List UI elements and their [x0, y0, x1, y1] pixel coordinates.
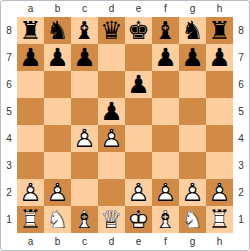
rank-label-5-right: 5 [233, 98, 249, 125]
piece-black-queen[interactable]: ♛ [98, 17, 125, 44]
piece-black-pawn[interactable]: ♟ [71, 44, 98, 71]
square-a7[interactable]: ♟ [17, 44, 44, 71]
piece-white-pawn[interactable]: ♙ [71, 125, 98, 152]
square-h3[interactable] [206, 152, 233, 179]
piece-white-pawn[interactable]: ♙ [17, 179, 44, 206]
square-h8[interactable]: ♜ [206, 17, 233, 44]
square-b3[interactable] [44, 152, 71, 179]
piece-white-rook[interactable]: ♖ [17, 206, 44, 233]
square-g7[interactable]: ♟ [179, 44, 206, 71]
square-e6[interactable]: ♟ [125, 71, 152, 98]
piece-black-pawn[interactable]: ♟ [125, 71, 152, 98]
square-h7[interactable]: ♟ [206, 44, 233, 71]
square-g3[interactable] [179, 152, 206, 179]
square-f8[interactable]: ♝ [152, 17, 179, 44]
square-b7[interactable]: ♟ [44, 44, 71, 71]
rank-label-1-right: 1 [233, 206, 249, 233]
file-label-g-top: g [179, 1, 206, 17]
square-e2[interactable]: ♟♙ [125, 179, 152, 206]
rank-label-8-right: 8 [233, 17, 249, 44]
square-g2[interactable]: ♟♙ [179, 179, 206, 206]
piece-black-pawn[interactable]: ♟ [179, 44, 206, 71]
file-label-g-bottom: g [179, 233, 206, 250]
piece-white-bishop[interactable]: ♗ [152, 206, 179, 233]
square-a1[interactable]: ♜♖ [17, 206, 44, 233]
square-f3[interactable] [152, 152, 179, 179]
piece-black-rook[interactable]: ♜ [206, 17, 233, 44]
square-b4[interactable] [44, 125, 71, 152]
piece-black-king[interactable]: ♚ [125, 17, 152, 44]
square-g6[interactable] [179, 71, 206, 98]
square-b8[interactable]: ♞ [44, 17, 71, 44]
square-c6[interactable] [71, 71, 98, 98]
rank-label-1-left: 1 [1, 206, 17, 233]
piece-black-bishop[interactable]: ♝ [152, 17, 179, 44]
file-label-h-bottom: h [206, 233, 233, 250]
square-e5[interactable] [125, 98, 152, 125]
square-h6[interactable] [206, 71, 233, 98]
file-label-e-top: e [125, 1, 152, 17]
file-label-a-top: a [17, 1, 44, 17]
file-label-f-bottom: f [152, 233, 179, 250]
square-b6[interactable] [44, 71, 71, 98]
piece-black-rook[interactable]: ♜ [17, 17, 44, 44]
rank-label-5-left: 5 [1, 98, 17, 125]
piece-black-bishop[interactable]: ♝ [71, 17, 98, 44]
square-c5[interactable] [71, 98, 98, 125]
file-label-d-top: d [98, 1, 125, 17]
rank-label-2-left: 2 [1, 179, 17, 206]
square-a8[interactable]: ♜ [17, 17, 44, 44]
square-h4[interactable] [206, 125, 233, 152]
square-a5[interactable] [17, 98, 44, 125]
square-a6[interactable] [17, 71, 44, 98]
square-c4[interactable]: ♟♙ [71, 125, 98, 152]
square-c8[interactable]: ♝ [71, 17, 98, 44]
square-g8[interactable]: ♞ [179, 17, 206, 44]
square-e8[interactable]: ♚ [125, 17, 152, 44]
file-label-e-bottom: e [125, 233, 152, 250]
square-b1[interactable]: ♞♘ [44, 206, 71, 233]
square-d2[interactable] [98, 179, 125, 206]
piece-white-queen[interactable]: ♕ [98, 206, 125, 233]
file-label-d-bottom: d [98, 233, 125, 250]
square-e3[interactable] [125, 152, 152, 179]
piece-white-pawn[interactable]: ♙ [44, 179, 71, 206]
square-e4[interactable] [125, 125, 152, 152]
rank-label-7-right: 7 [233, 44, 249, 71]
file-label-c-bottom: c [71, 233, 98, 250]
board-corner [1, 233, 17, 250]
square-b5[interactable] [44, 98, 71, 125]
rank-label-3-left: 3 [1, 152, 17, 179]
square-c1[interactable]: ♝♗ [71, 206, 98, 233]
square-c7[interactable]: ♟ [71, 44, 98, 71]
square-e7[interactable] [125, 44, 152, 71]
square-a4[interactable] [17, 125, 44, 152]
square-d7[interactable] [98, 44, 125, 71]
piece-white-knight[interactable]: ♘ [44, 206, 71, 233]
square-g4[interactable] [179, 125, 206, 152]
square-h1[interactable]: ♜♖ [206, 206, 233, 233]
chess-diagram: abcdefgh8♜♞♝♛♚♝♞♜87♟♟♟♟♟♟76♟65♟54♟♙♟♙433… [0, 0, 250, 251]
piece-black-pawn[interactable]: ♟ [98, 98, 125, 125]
square-c2[interactable] [71, 179, 98, 206]
square-f4[interactable] [152, 125, 179, 152]
file-label-b-top: b [44, 1, 71, 17]
piece-white-pawn[interactable]: ♙ [152, 179, 179, 206]
square-c3[interactable] [71, 152, 98, 179]
piece-white-pawn[interactable]: ♙ [179, 179, 206, 206]
piece-black-pawn[interactable]: ♟ [152, 44, 179, 71]
piece-black-knight[interactable]: ♞ [179, 17, 206, 44]
square-d5[interactable]: ♟ [98, 98, 125, 125]
square-f6[interactable] [152, 71, 179, 98]
piece-white-pawn[interactable]: ♙ [206, 179, 233, 206]
file-label-a-bottom: a [17, 233, 44, 250]
piece-white-knight[interactable]: ♘ [179, 206, 206, 233]
board-corner [233, 1, 249, 17]
rank-label-6-left: 6 [1, 71, 17, 98]
piece-white-pawn[interactable]: ♙ [125, 179, 152, 206]
board-corner [1, 1, 17, 17]
piece-white-pawn[interactable]: ♙ [98, 125, 125, 152]
piece-black-pawn[interactable]: ♟ [44, 44, 71, 71]
square-d3[interactable] [98, 152, 125, 179]
square-f2[interactable]: ♟♙ [152, 179, 179, 206]
square-d8[interactable]: ♛ [98, 17, 125, 44]
file-label-c-top: c [71, 1, 98, 17]
file-label-f-top: f [152, 1, 179, 17]
square-d1[interactable]: ♛♕ [98, 206, 125, 233]
piece-black-pawn[interactable]: ♟ [17, 44, 44, 71]
rank-label-3-right: 3 [233, 152, 249, 179]
square-f1[interactable]: ♝♗ [152, 206, 179, 233]
square-e1[interactable]: ♚♔ [125, 206, 152, 233]
piece-white-rook[interactable]: ♖ [206, 206, 233, 233]
piece-white-bishop[interactable]: ♗ [71, 206, 98, 233]
file-label-h-top: h [206, 1, 233, 17]
square-f7[interactable]: ♟ [152, 44, 179, 71]
rank-label-4-right: 4 [233, 125, 249, 152]
file-label-b-bottom: b [44, 233, 71, 250]
rank-label-4-left: 4 [1, 125, 17, 152]
piece-black-pawn[interactable]: ♟ [206, 44, 233, 71]
square-a3[interactable] [17, 152, 44, 179]
square-h5[interactable] [206, 98, 233, 125]
chess-board-grid: abcdefgh8♜♞♝♛♚♝♞♜87♟♟♟♟♟♟76♟65♟54♟♙♟♙433… [1, 1, 249, 250]
rank-label-8-left: 8 [1, 17, 17, 44]
square-f5[interactable] [152, 98, 179, 125]
square-g1[interactable]: ♞♘ [179, 206, 206, 233]
piece-black-knight[interactable]: ♞ [44, 17, 71, 44]
square-b2[interactable]: ♟♙ [44, 179, 71, 206]
square-h2[interactable]: ♟♙ [206, 179, 233, 206]
rank-label-7-left: 7 [1, 44, 17, 71]
square-a2[interactable]: ♟♙ [17, 179, 44, 206]
square-d4[interactable]: ♟♙ [98, 125, 125, 152]
board-corner [233, 233, 249, 250]
square-g5[interactable] [179, 98, 206, 125]
rank-label-2-right: 2 [233, 179, 249, 206]
piece-white-king[interactable]: ♔ [125, 206, 152, 233]
rank-label-6-right: 6 [233, 71, 249, 98]
square-d6[interactable] [98, 71, 125, 98]
